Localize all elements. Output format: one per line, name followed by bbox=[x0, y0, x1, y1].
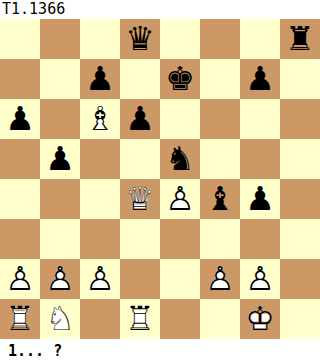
square-e3[interactable] bbox=[160, 219, 200, 259]
piece-glyph-outline: ♖ bbox=[0, 299, 40, 339]
black-pawn[interactable]: ♟ bbox=[120, 99, 160, 139]
white-rook[interactable]: ♜♖ bbox=[120, 299, 160, 339]
square-a6[interactable]: ♟ bbox=[0, 99, 40, 139]
square-h1[interactable] bbox=[280, 299, 320, 339]
square-e8[interactable] bbox=[160, 19, 200, 59]
piece-glyph-outline: ♕ bbox=[120, 179, 160, 219]
piece-glyph: ♟ bbox=[240, 179, 280, 219]
square-b2[interactable]: ♟♙ bbox=[40, 259, 80, 299]
square-c7[interactable]: ♟ bbox=[80, 59, 120, 99]
square-c8[interactable] bbox=[80, 19, 120, 59]
piece-glyph-outline: ♙ bbox=[200, 259, 240, 299]
black-pawn[interactable]: ♟ bbox=[40, 139, 80, 179]
square-g5[interactable] bbox=[240, 139, 280, 179]
square-g8[interactable] bbox=[240, 19, 280, 59]
square-g2[interactable]: ♟♙ bbox=[240, 259, 280, 299]
square-a4[interactable] bbox=[0, 179, 40, 219]
square-g6[interactable] bbox=[240, 99, 280, 139]
square-h4[interactable] bbox=[280, 179, 320, 219]
piece-glyph: ♟ bbox=[0, 99, 40, 139]
piece-glyph: ♟ bbox=[120, 99, 160, 139]
black-pawn[interactable]: ♟ bbox=[0, 99, 40, 139]
square-g4[interactable]: ♟ bbox=[240, 179, 280, 219]
square-g3[interactable] bbox=[240, 219, 280, 259]
black-knight[interactable]: ♞ bbox=[160, 139, 200, 179]
square-h2[interactable] bbox=[280, 259, 320, 299]
square-d5[interactable] bbox=[120, 139, 160, 179]
square-f5[interactable] bbox=[200, 139, 240, 179]
square-d1[interactable]: ♜♖ bbox=[120, 299, 160, 339]
square-c6[interactable]: ♝♗ bbox=[80, 99, 120, 139]
white-pawn[interactable]: ♟♙ bbox=[160, 179, 200, 219]
black-king[interactable]: ♚ bbox=[160, 59, 200, 99]
square-d6[interactable]: ♟ bbox=[120, 99, 160, 139]
square-c4[interactable] bbox=[80, 179, 120, 219]
square-f6[interactable] bbox=[200, 99, 240, 139]
piece-glyph-outline: ♙ bbox=[80, 259, 120, 299]
square-f3[interactable] bbox=[200, 219, 240, 259]
white-queen[interactable]: ♛♕ bbox=[120, 179, 160, 219]
square-a2[interactable]: ♟♙ bbox=[0, 259, 40, 299]
square-f7[interactable] bbox=[200, 59, 240, 99]
square-e6[interactable] bbox=[160, 99, 200, 139]
piece-glyph: ♜ bbox=[280, 19, 320, 59]
square-e2[interactable] bbox=[160, 259, 200, 299]
square-d4[interactable]: ♛♕ bbox=[120, 179, 160, 219]
square-g7[interactable]: ♟ bbox=[240, 59, 280, 99]
square-f8[interactable] bbox=[200, 19, 240, 59]
square-c3[interactable] bbox=[80, 219, 120, 259]
white-rook[interactable]: ♜♖ bbox=[0, 299, 40, 339]
piece-glyph: ♛ bbox=[120, 19, 160, 59]
piece-glyph: ♟ bbox=[240, 59, 280, 99]
piece-glyph: ♝ bbox=[200, 179, 240, 219]
black-pawn[interactable]: ♟ bbox=[80, 59, 120, 99]
piece-glyph-outline: ♙ bbox=[160, 179, 200, 219]
white-bishop[interactable]: ♝♗ bbox=[80, 99, 120, 139]
square-a5[interactable] bbox=[0, 139, 40, 179]
chess-board: ♛♜♟♚♟♟♝♗♟♟♞♛♕♟♙♝♟♟♙♟♙♟♙♟♙♟♙♜♖♞♘♜♖♚♔ bbox=[0, 19, 320, 339]
square-c1[interactable] bbox=[80, 299, 120, 339]
piece-glyph-outline: ♘ bbox=[40, 299, 80, 339]
move-prompt: 1... ? bbox=[0, 339, 320, 360]
square-e4[interactable]: ♟♙ bbox=[160, 179, 200, 219]
piece-glyph-outline: ♖ bbox=[120, 299, 160, 339]
piece-glyph-outline: ♙ bbox=[0, 259, 40, 299]
piece-glyph-outline: ♙ bbox=[240, 259, 280, 299]
piece-glyph-outline: ♔ bbox=[240, 299, 280, 339]
square-h3[interactable] bbox=[280, 219, 320, 259]
white-king[interactable]: ♚♔ bbox=[240, 299, 280, 339]
white-pawn[interactable]: ♟♙ bbox=[40, 259, 80, 299]
piece-glyph-outline: ♙ bbox=[40, 259, 80, 299]
square-d3[interactable] bbox=[120, 219, 160, 259]
square-b3[interactable] bbox=[40, 219, 80, 259]
square-e5[interactable]: ♞ bbox=[160, 139, 200, 179]
square-h8[interactable]: ♜ bbox=[280, 19, 320, 59]
piece-glyph: ♟ bbox=[80, 59, 120, 99]
black-rook[interactable]: ♜ bbox=[280, 19, 320, 59]
square-a7[interactable] bbox=[0, 59, 40, 99]
square-d8[interactable]: ♛ bbox=[120, 19, 160, 59]
square-e7[interactable]: ♚ bbox=[160, 59, 200, 99]
diagram-title: T1.1366 bbox=[0, 0, 320, 19]
square-f1[interactable] bbox=[200, 299, 240, 339]
square-c2[interactable]: ♟♙ bbox=[80, 259, 120, 299]
black-pawn[interactable]: ♟ bbox=[240, 179, 280, 219]
square-f4[interactable]: ♝ bbox=[200, 179, 240, 219]
black-pawn[interactable]: ♟ bbox=[240, 59, 280, 99]
white-pawn[interactable]: ♟♙ bbox=[80, 259, 120, 299]
square-b1[interactable]: ♞♘ bbox=[40, 299, 80, 339]
square-h5[interactable] bbox=[280, 139, 320, 179]
white-pawn[interactable]: ♟♙ bbox=[0, 259, 40, 299]
square-d2[interactable] bbox=[120, 259, 160, 299]
square-b4[interactable] bbox=[40, 179, 80, 219]
white-pawn[interactable]: ♟♙ bbox=[240, 259, 280, 299]
white-pawn[interactable]: ♟♙ bbox=[200, 259, 240, 299]
square-b5[interactable]: ♟ bbox=[40, 139, 80, 179]
square-g1[interactable]: ♚♔ bbox=[240, 299, 280, 339]
square-e1[interactable] bbox=[160, 299, 200, 339]
square-h7[interactable] bbox=[280, 59, 320, 99]
black-queen[interactable]: ♛ bbox=[120, 19, 160, 59]
square-b7[interactable] bbox=[40, 59, 80, 99]
piece-glyph: ♟ bbox=[40, 139, 80, 179]
square-a8[interactable] bbox=[0, 19, 40, 59]
square-a1[interactable]: ♜♖ bbox=[0, 299, 40, 339]
white-knight[interactable]: ♞♘ bbox=[40, 299, 80, 339]
piece-glyph: ♞ bbox=[160, 139, 200, 179]
piece-glyph-outline: ♗ bbox=[80, 99, 120, 139]
square-b6[interactable] bbox=[40, 99, 80, 139]
black-bishop[interactable]: ♝ bbox=[200, 179, 240, 219]
square-f2[interactable]: ♟♙ bbox=[200, 259, 240, 299]
square-b8[interactable] bbox=[40, 19, 80, 59]
square-d7[interactable] bbox=[120, 59, 160, 99]
square-c5[interactable] bbox=[80, 139, 120, 179]
square-a3[interactable] bbox=[0, 219, 40, 259]
square-h6[interactable] bbox=[280, 99, 320, 139]
piece-glyph: ♚ bbox=[160, 59, 200, 99]
